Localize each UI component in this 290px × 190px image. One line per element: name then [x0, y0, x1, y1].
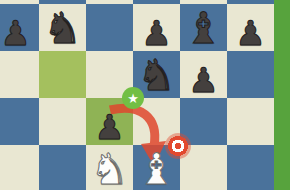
square-h4[interactable]: [227, 145, 274, 190]
hint-star-icon: ★: [122, 87, 144, 109]
square-g7[interactable]: ♝: [180, 4, 227, 51]
star-glyph: ★: [127, 92, 139, 105]
square-e4[interactable]: ♞: [86, 145, 133, 190]
black-pawn-f7[interactable]: ♟: [133, 4, 180, 51]
square-h6[interactable]: [227, 51, 274, 98]
square-d7[interactable]: ♞: [39, 4, 86, 51]
square-c6[interactable]: [0, 51, 39, 98]
square-c7[interactable]: ♟: [0, 4, 39, 51]
white-knight-e4[interactable]: ♞: [86, 145, 133, 190]
square-d4[interactable]: [39, 145, 86, 190]
square-e7[interactable]: [86, 4, 133, 51]
square-d5[interactable]: [39, 98, 86, 145]
square-c5[interactable]: [0, 98, 39, 145]
black-bishop-g7[interactable]: ♝: [180, 4, 227, 51]
black-knight-d7[interactable]: ♞: [39, 4, 86, 51]
chess-lesson-stage: ♛♚♟♞♟♝♟♞♟♟♞♝ ★: [0, 0, 290, 190]
square-h5[interactable]: [227, 98, 274, 145]
square-c4[interactable]: [0, 145, 39, 190]
square-h7[interactable]: ♟: [227, 4, 274, 51]
black-pawn-g6[interactable]: ♟: [180, 51, 227, 98]
square-f7[interactable]: ♟: [133, 4, 180, 51]
black-pawn-c7[interactable]: ♟: [0, 4, 39, 51]
black-pawn-h7[interactable]: ♟: [227, 4, 274, 51]
square-d6[interactable]: [39, 51, 86, 98]
square-g6[interactable]: ♟: [180, 51, 227, 98]
capture-target-icon: [165, 133, 191, 159]
